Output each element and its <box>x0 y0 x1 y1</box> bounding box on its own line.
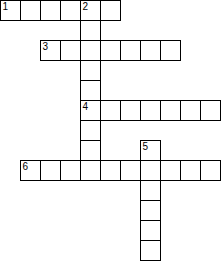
crossword-cell[interactable] <box>80 140 101 161</box>
crossword-cell[interactable] <box>120 100 141 121</box>
crossword-cell[interactable] <box>40 0 61 21</box>
crossword-cell[interactable] <box>100 40 121 61</box>
crossword-cell[interactable] <box>100 160 121 181</box>
crossword-cell[interactable] <box>140 40 161 61</box>
crossword-cell[interactable] <box>140 100 161 121</box>
crossword-cell[interactable]: 5 <box>140 140 161 161</box>
crossword-cell[interactable]: 2 <box>80 0 101 21</box>
crossword-cell[interactable]: 4 <box>80 100 101 121</box>
crossword-cell[interactable] <box>100 0 121 21</box>
crossword-cell[interactable] <box>100 100 121 121</box>
crossword-cell[interactable] <box>140 180 161 201</box>
crossword-page: 123456 <box>0 0 221 261</box>
crossword-cell[interactable] <box>180 160 201 181</box>
crossword-cell[interactable] <box>200 160 221 181</box>
crossword-cell[interactable] <box>120 40 141 61</box>
crossword-cell[interactable] <box>80 60 101 81</box>
crossword-cell[interactable] <box>80 120 101 141</box>
crossword-cell[interactable]: 1 <box>0 0 21 21</box>
crossword-cell[interactable] <box>140 160 161 181</box>
clue-number-3: 3 <box>43 42 49 52</box>
crossword-cell[interactable] <box>80 160 101 181</box>
clue-number-2: 2 <box>83 2 89 12</box>
crossword-cell[interactable] <box>40 160 61 181</box>
clue-number-6: 6 <box>23 162 29 172</box>
crossword-cell[interactable] <box>160 100 181 121</box>
crossword-cell[interactable] <box>80 20 101 41</box>
crossword-cell[interactable] <box>180 100 201 121</box>
crossword-cell[interactable] <box>60 0 81 21</box>
crossword-cell[interactable] <box>140 240 161 261</box>
crossword-cell[interactable] <box>80 40 101 61</box>
clue-number-4: 4 <box>83 102 89 112</box>
crossword-cell[interactable] <box>160 40 181 61</box>
crossword-cell[interactable] <box>200 100 221 121</box>
clue-number-1: 1 <box>3 2 9 12</box>
clue-number-5: 5 <box>143 142 149 152</box>
crossword-cell[interactable]: 6 <box>20 160 41 181</box>
crossword-cell[interactable] <box>60 40 81 61</box>
crossword-cell[interactable] <box>80 80 101 101</box>
crossword-cell[interactable] <box>140 200 161 221</box>
crossword-cell[interactable] <box>60 160 81 181</box>
crossword-cell[interactable] <box>160 160 181 181</box>
crossword-board: 123456 <box>0 0 221 261</box>
crossword-cell[interactable] <box>120 160 141 181</box>
crossword-cell[interactable]: 3 <box>40 40 61 61</box>
crossword-cell[interactable] <box>20 0 41 21</box>
crossword-cell[interactable] <box>140 220 161 241</box>
